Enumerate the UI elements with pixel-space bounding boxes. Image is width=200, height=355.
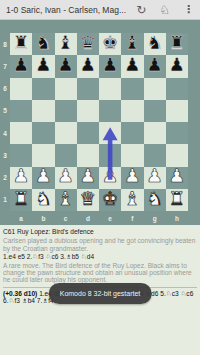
board-square-c3[interactable] — [55, 144, 77, 166]
board-square-a5[interactable] — [10, 100, 32, 122]
board-square-b8[interactable]: ♞ — [32, 33, 54, 55]
board-square-h1[interactable]: ♜ — [166, 189, 188, 211]
file-label-e: e — [99, 213, 121, 223]
board-square-d2[interactable]: ♟ — [77, 167, 99, 189]
board-square-h5[interactable] — [166, 100, 188, 122]
black-pawn: ♟ — [124, 56, 141, 75]
white-pawn: ♟ — [57, 167, 74, 186]
rank-label-7: 7 — [0, 55, 10, 77]
black-bishop: ♝ — [124, 34, 141, 53]
overflow-menu-icon[interactable]: ⋮ — [183, 4, 194, 16]
board-square-b7[interactable]: ♟ — [32, 55, 54, 77]
board-square-e8[interactable]: ♚ — [99, 33, 121, 55]
board-square-b1[interactable]: ♞ — [32, 189, 54, 211]
white-pawn: ♟ — [13, 167, 30, 186]
board-square-d4[interactable] — [77, 122, 99, 144]
white-knight: ♞ — [146, 190, 163, 209]
app-bar: 1-0 Saric, Ivan - Carlsen, Mag... ↻ ♘ ⋮ — [0, 0, 200, 20]
white-rook: ♜ — [169, 190, 186, 209]
black-pawn: ♟ — [146, 56, 163, 75]
board-square-f1[interactable]: ♝ — [121, 189, 143, 211]
black-pawn: ♟ — [80, 56, 97, 75]
board-square-c8[interactable]: ♝ — [55, 33, 77, 55]
toast-notification: Komodo 8 32-bit gestartet — [49, 283, 152, 304]
black-knight: ♞ — [146, 34, 163, 53]
board-square-g2[interactable]: ♟ — [144, 167, 166, 189]
black-king: ♚ — [102, 34, 119, 53]
app-bar-icons: ↻ ♘ ⋮ — [136, 4, 194, 16]
board-square-a8[interactable]: ♜ — [10, 33, 32, 55]
black-pawn: ♟ — [13, 56, 30, 75]
board-square-f7[interactable]: ♟ — [121, 55, 143, 77]
board-area: ♜♞♝♛♚♝♞♜♟♟♟♟♟♟♟♟♟♟♟♟♟♟♟♟♜♞♝♛♚♝♞♜ 8765432… — [0, 20, 200, 225]
board-square-h3[interactable] — [166, 144, 188, 166]
board-square-g8[interactable]: ♞ — [144, 33, 166, 55]
board-square-a1[interactable]: ♜ — [10, 189, 32, 211]
white-pawn: ♟ — [80, 167, 97, 186]
board-square-e2[interactable]: ♟ — [99, 167, 121, 189]
black-queen: ♛ — [80, 34, 97, 53]
board-square-g4[interactable] — [144, 122, 166, 144]
board-square-e4[interactable] — [99, 122, 121, 144]
annotation-text: A rare move. The Bird defence of the Ruy… — [3, 262, 197, 284]
rank-label-5: 5 — [0, 100, 10, 122]
rank-label-2: 2 — [0, 167, 10, 189]
white-pawn: ♟ — [102, 167, 119, 186]
black-pawn: ♟ — [35, 56, 52, 75]
black-pawn: ♟ — [57, 56, 74, 75]
board-square-h7[interactable]: ♟ — [166, 55, 188, 77]
engine-evaluation: (+0.36 d10) — [3, 290, 37, 297]
white-pawn: ♟ — [35, 167, 52, 186]
white-knight: ♞ — [35, 190, 52, 209]
file-label-f: f — [121, 213, 143, 223]
board-square-a2[interactable]: ♟ — [10, 167, 32, 189]
board-square-h6[interactable] — [166, 78, 188, 100]
rank-label-1: 1 — [0, 189, 10, 211]
white-bishop: ♝ — [124, 190, 141, 209]
board-square-d7[interactable]: ♟ — [77, 55, 99, 77]
board-square-f3[interactable] — [121, 144, 143, 166]
board-square-e1[interactable]: ♚ — [99, 189, 121, 211]
board-square-f2[interactable]: ♟ — [121, 167, 143, 189]
board-square-g3[interactable] — [144, 144, 166, 166]
black-knight: ♞ — [35, 34, 52, 53]
board-square-f4[interactable] — [121, 122, 143, 144]
board-square-a7[interactable]: ♟ — [10, 55, 32, 77]
board-square-h2[interactable]: ♟ — [166, 167, 188, 189]
file-label-h: h — [166, 213, 188, 223]
black-rook: ♜ — [13, 34, 30, 53]
board-square-a4[interactable] — [10, 122, 32, 144]
white-pawn: ♟ — [124, 167, 141, 186]
board-square-e3[interactable] — [99, 144, 121, 166]
board-square-d8[interactable]: ♛ — [77, 33, 99, 55]
board-square-f6[interactable] — [121, 78, 143, 100]
file-label-d: d — [77, 213, 99, 223]
white-rook: ♜ — [13, 190, 30, 209]
board-square-g7[interactable]: ♟ — [144, 55, 166, 77]
board-square-b2[interactable]: ♟ — [32, 167, 54, 189]
game-title[interactable]: 1-0 Saric, Ivan - Carlsen, Mag... — [6, 5, 126, 15]
rank-label-6: 6 — [0, 78, 10, 100]
file-label-a: a — [10, 213, 32, 223]
white-queen: ♛ — [80, 190, 97, 209]
board-square-c5[interactable] — [55, 100, 77, 122]
board-square-h4[interactable] — [166, 122, 188, 144]
white-bishop: ♝ — [57, 190, 74, 209]
white-pawn: ♟ — [146, 167, 163, 186]
white-king: ♚ — [102, 190, 119, 209]
black-rook: ♜ — [169, 34, 186, 53]
board-square-d5[interactable] — [77, 100, 99, 122]
board-square-d6[interactable] — [77, 78, 99, 100]
rank-label-3: 3 — [0, 144, 10, 166]
black-pawn: ♟ — [169, 56, 186, 75]
board-square-e5[interactable] — [99, 100, 121, 122]
black-bishop: ♝ — [57, 34, 74, 53]
file-label-c: c — [55, 213, 77, 223]
board-square-a3[interactable] — [10, 144, 32, 166]
board-square-b5[interactable] — [32, 100, 54, 122]
board-square-c6[interactable] — [55, 78, 77, 100]
chess-board[interactable]: ♜♞♝♛♚♝♞♜♟♟♟♟♟♟♟♟♟♟♟♟♟♟♟♟♜♞♝♛♚♝♞♜ — [10, 33, 188, 211]
chess-pieces-icon[interactable]: ♘ — [159, 4, 170, 16]
opening-header: C61 Ruy Lopez: Bird's defence — [3, 228, 197, 235]
file-label-g: g — [144, 213, 166, 223]
white-pawn: ♟ — [169, 167, 186, 186]
black-pawn: ♟ — [102, 56, 119, 75]
board-square-a6[interactable] — [10, 78, 32, 100]
file-label-b: b — [32, 213, 54, 223]
move-list[interactable]: 1.e4 e5 2.♘f3 ♘c6 3.♗b5 ♘d4 — [3, 253, 197, 260]
rotate-board-icon[interactable]: ↻ — [136, 4, 146, 16]
chess-app-screen: 1-0 Saric, Ivan - Carlsen, Mag... ↻ ♘ ⋮ … — [0, 0, 200, 355]
board-square-b4[interactable] — [32, 122, 54, 144]
board-square-c4[interactable] — [55, 122, 77, 144]
board-square-h8[interactable]: ♜ — [166, 33, 188, 55]
rank-label-4: 4 — [0, 122, 10, 144]
board-square-b6[interactable] — [32, 78, 54, 100]
board-square-e6[interactable] — [99, 78, 121, 100]
board-square-c1[interactable]: ♝ — [55, 189, 77, 211]
board-square-g1[interactable]: ♞ — [144, 189, 166, 211]
rank-label-8: 8 — [0, 33, 10, 55]
board-square-e7[interactable]: ♟ — [99, 55, 121, 77]
board-square-c2[interactable]: ♟ — [55, 167, 77, 189]
board-square-g5[interactable] — [144, 100, 166, 122]
board-square-c7[interactable]: ♟ — [55, 55, 77, 77]
board-square-f5[interactable] — [121, 100, 143, 122]
board-square-d3[interactable] — [77, 144, 99, 166]
board-square-g6[interactable] — [144, 78, 166, 100]
board-square-b3[interactable] — [32, 144, 54, 166]
board-square-d1[interactable]: ♛ — [77, 189, 99, 211]
annotation-text: Carlsen played a dubious opening and he … — [3, 237, 197, 252]
board-square-f8[interactable]: ♝ — [121, 33, 143, 55]
